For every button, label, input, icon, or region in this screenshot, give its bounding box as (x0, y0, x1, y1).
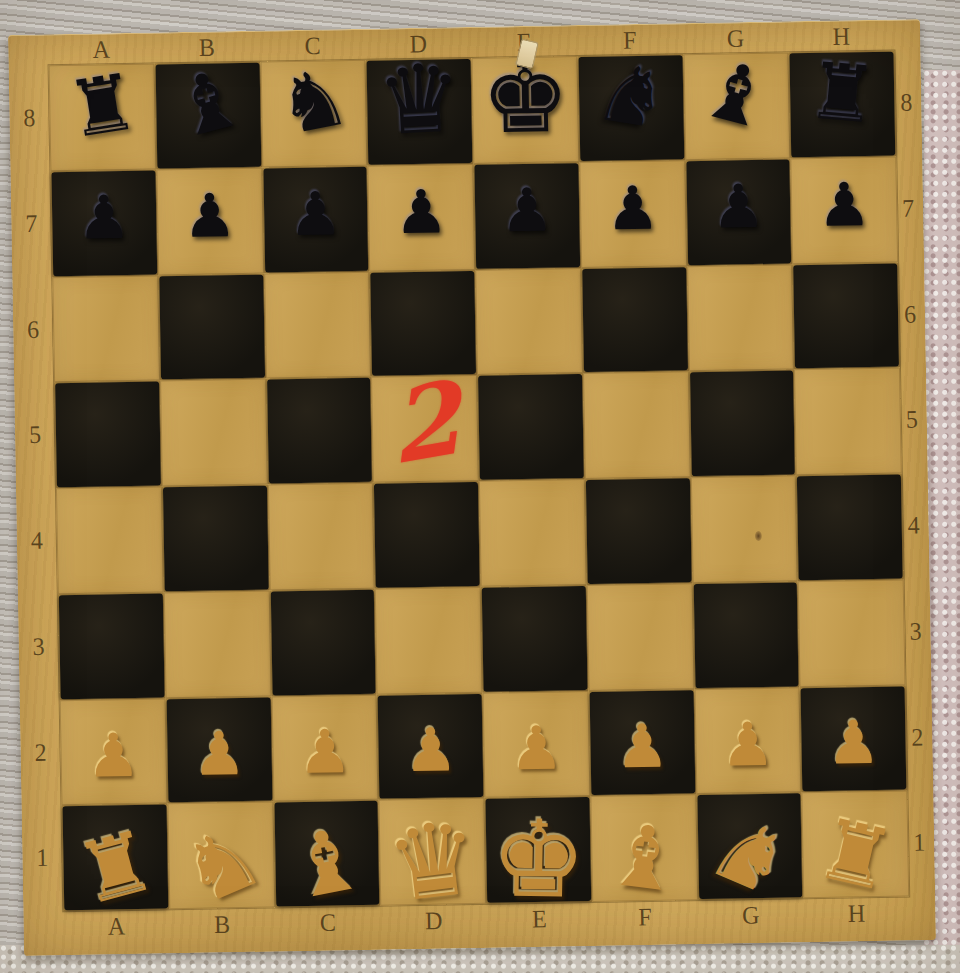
piece-white-rook-a1[interactable]: ♜ (68, 817, 162, 917)
square-d3[interactable] (375, 587, 483, 695)
square-e7[interactable]: ♟ (473, 162, 581, 270)
square-e6[interactable] (475, 268, 583, 376)
square-c3[interactable] (269, 588, 377, 696)
square-d1[interactable]: ♛ (379, 798, 487, 906)
rank-label-right-8: 8 (892, 47, 920, 158)
rank-label-left-8: 8 (16, 63, 44, 174)
square-b6[interactable] (158, 273, 266, 381)
square-h6[interactable] (792, 262, 900, 370)
square-e8[interactable]: ♚ (472, 56, 580, 164)
square-b4[interactable] (162, 485, 270, 593)
square-h3[interactable] (798, 579, 906, 687)
piece-black-pawn-d7[interactable]: ♟ (394, 181, 449, 242)
piece-black-bishop-g8[interactable]: ♝ (692, 46, 782, 142)
piece-black-pawn-h7[interactable]: ♟ (817, 174, 872, 235)
square-e4[interactable] (479, 479, 587, 587)
square-f4[interactable] (585, 477, 693, 585)
square-c8[interactable]: ♞ (260, 60, 368, 168)
square-b2[interactable]: ♟ (165, 696, 273, 804)
square-e5[interactable] (477, 373, 585, 481)
piece-black-pawn-e7[interactable]: ♟ (500, 179, 555, 240)
square-h5[interactable] (794, 368, 902, 476)
square-g4[interactable] (690, 475, 798, 583)
square-f3[interactable] (586, 583, 694, 691)
square-h4[interactable] (796, 473, 904, 581)
square-e3[interactable] (481, 585, 589, 693)
piece-black-rook-h8[interactable]: ♜ (804, 51, 880, 134)
square-h8[interactable]: ♜ (789, 51, 897, 159)
rank-label-right-4: 4 (900, 470, 928, 581)
board-grid: ♜♝♞♛♚♞♝♜♟♟♟♟♟♟♟♟♟♟♟♟♟♟♟♟♜♞♝♛♚♝♞♜ (49, 51, 910, 912)
rank-label-right-2: 2 (903, 682, 931, 793)
piece-white-pawn-f2[interactable]: ♟ (615, 716, 670, 777)
square-d2[interactable]: ♟ (377, 692, 485, 800)
piece-black-pawn-a7[interactable]: ♟ (77, 187, 132, 248)
rank-label-left-3: 3 (25, 591, 53, 702)
square-b8[interactable]: ♝ (154, 62, 262, 170)
square-c1[interactable]: ♝ (273, 800, 381, 908)
rank-label-left-2: 2 (27, 697, 55, 808)
piece-black-pawn-c7[interactable]: ♟ (288, 183, 343, 244)
piece-black-king-e8[interactable]: ♚ (480, 48, 570, 148)
rank-label-right-1: 1 (905, 788, 933, 899)
broken-king-finial-bare-wood (515, 38, 539, 69)
piece-white-pawn-e2[interactable]: ♟ (509, 718, 564, 779)
square-f1[interactable]: ♝ (590, 794, 698, 902)
piece-white-bishop-f1[interactable]: ♝ (601, 811, 688, 906)
rank-label-left-6: 6 (19, 274, 47, 385)
rank-label-right-7: 7 (894, 153, 922, 264)
square-e1[interactable]: ♚ (484, 796, 592, 904)
rank-label-left-1: 1 (28, 803, 56, 914)
square-f2[interactable]: ♟ (588, 689, 696, 797)
chess-photo-scene: ABCDEFGH ABCDEFGH 87654321 87654321 ♜♝♞♛… (0, 0, 960, 973)
square-c4[interactable] (267, 483, 375, 591)
square-b7[interactable]: ♟ (156, 167, 264, 275)
rank-label-right-6: 6 (896, 259, 924, 370)
square-a1[interactable]: ♜ (61, 804, 169, 912)
square-e2[interactable]: ♟ (483, 691, 591, 799)
square-f8[interactable]: ♞ (577, 54, 685, 162)
square-b1[interactable]: ♞ (167, 802, 275, 910)
square-a8[interactable]: ♜ (49, 63, 157, 171)
piece-black-bishop-b8[interactable]: ♝ (163, 56, 253, 152)
square-a6[interactable] (52, 275, 160, 383)
square-a5[interactable] (54, 381, 162, 489)
square-c5[interactable] (266, 377, 374, 485)
square-d6[interactable] (369, 269, 477, 377)
piece-black-knight-c8[interactable]: ♞ (271, 56, 356, 148)
rank-label-right-3: 3 (902, 576, 930, 687)
wood-knot (755, 531, 762, 541)
red-handwritten-2-annotation: 2 (367, 361, 482, 485)
piece-black-pawn-f7[interactable]: ♟ (605, 177, 660, 238)
square-g3[interactable] (692, 581, 800, 689)
rank-label-left-7: 7 (17, 169, 45, 280)
square-a4[interactable] (56, 486, 164, 594)
rank-label-right-5: 5 (898, 365, 926, 476)
piece-white-rook-h1[interactable]: ♜ (810, 805, 902, 903)
piece-white-pawn-g2[interactable]: ♟ (720, 714, 775, 775)
piece-white-pawn-h2[interactable]: ♟ (826, 712, 881, 773)
square-a2[interactable]: ♟ (60, 698, 168, 806)
piece-black-pawn-b7[interactable]: ♟ (182, 185, 237, 246)
square-a7[interactable]: ♟ (50, 169, 158, 277)
square-g2[interactable]: ♟ (694, 687, 802, 795)
piece-black-pawn-g7[interactable]: ♟ (711, 175, 766, 236)
piece-white-knight-g1[interactable]: ♞ (698, 802, 802, 911)
piece-white-king-e1[interactable]: ♚ (490, 806, 587, 914)
rank-label-left-5: 5 (21, 380, 49, 491)
piece-black-rook-a8[interactable]: ♜ (62, 61, 143, 149)
square-d4[interactable] (373, 481, 481, 589)
square-h7[interactable]: ♟ (791, 156, 899, 264)
square-b3[interactable] (164, 590, 272, 698)
piece-white-pawn-a2[interactable]: ♟ (86, 725, 141, 786)
piece-white-knight-b1[interactable]: ♞ (169, 811, 273, 920)
piece-white-pawn-b2[interactable]: ♟ (192, 723, 247, 784)
piece-white-pawn-d2[interactable]: ♟ (403, 720, 458, 781)
chess-board: ABCDEFGH ABCDEFGH 87654321 87654321 ♜♝♞♛… (8, 19, 936, 956)
square-g7[interactable]: ♟ (685, 158, 793, 266)
rank-label-left-4: 4 (23, 486, 51, 597)
square-c7[interactable]: ♟ (262, 166, 370, 274)
square-f7[interactable]: ♟ (579, 160, 687, 268)
square-c6[interactable] (264, 271, 372, 379)
square-a3[interactable] (58, 592, 166, 700)
square-b5[interactable] (160, 379, 268, 487)
square-g8[interactable]: ♝ (683, 52, 791, 160)
square-d8[interactable]: ♛ (366, 58, 474, 166)
square-g1[interactable]: ♞ (696, 793, 804, 901)
square-g6[interactable] (687, 264, 795, 372)
square-c2[interactable]: ♟ (271, 694, 379, 802)
piece-black-knight-f8[interactable]: ♞ (589, 51, 672, 141)
square-g5[interactable] (689, 370, 797, 478)
square-h1[interactable]: ♜ (802, 791, 910, 899)
square-h2[interactable]: ♟ (800, 685, 908, 793)
piece-white-bishop-c1[interactable]: ♝ (281, 814, 373, 913)
square-f5[interactable] (583, 371, 691, 479)
piece-white-queen-d1[interactable]: ♛ (381, 806, 484, 918)
square-d7[interactable]: ♟ (368, 164, 476, 272)
square-f6[interactable] (581, 266, 689, 374)
piece-white-pawn-c2[interactable]: ♟ (298, 722, 353, 783)
piece-black-queen-d8[interactable]: ♛ (375, 50, 465, 149)
